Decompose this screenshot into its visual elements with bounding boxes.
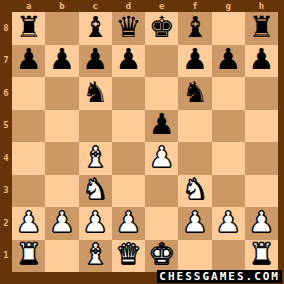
square-g4[interactable] xyxy=(212,142,245,175)
piece-black-pawn: ♟ xyxy=(16,45,42,74)
square-f4[interactable] xyxy=(178,142,211,175)
square-b5[interactable] xyxy=(45,110,78,143)
square-a5[interactable] xyxy=(12,110,45,143)
square-e5[interactable]: ♟ xyxy=(145,110,178,143)
piece-black-bishop: ♝ xyxy=(82,13,108,42)
file-label-b: b xyxy=(45,0,78,12)
square-g2[interactable]: ♟ xyxy=(212,207,245,240)
square-g3[interactable] xyxy=(212,175,245,208)
square-c3[interactable]: ♞ xyxy=(79,175,112,208)
square-c2[interactable]: ♟ xyxy=(79,207,112,240)
square-d5[interactable] xyxy=(112,110,145,143)
piece-white-queen: ♛ xyxy=(115,240,141,269)
square-d3[interactable] xyxy=(112,175,145,208)
square-g1[interactable] xyxy=(212,240,245,273)
square-b8[interactable] xyxy=(45,12,78,45)
square-c7[interactable]: ♟ xyxy=(79,45,112,78)
square-h7[interactable]: ♟ xyxy=(245,45,278,78)
rank-label-7: 7 xyxy=(0,45,12,78)
rank-label-5: 5 xyxy=(0,110,12,143)
square-b1[interactable] xyxy=(45,240,78,273)
piece-black-pawn: ♟ xyxy=(82,45,108,74)
piece-black-bishop: ♝ xyxy=(182,13,208,42)
rank-label-2: 2 xyxy=(0,207,12,240)
square-a4[interactable] xyxy=(12,142,45,175)
file-label-d: d xyxy=(112,0,145,12)
piece-black-pawn: ♟ xyxy=(248,45,274,74)
file-labels: abcdefgh xyxy=(12,0,278,12)
square-g8[interactable] xyxy=(212,12,245,45)
file-label-c: c xyxy=(79,0,112,12)
piece-black-rook: ♜ xyxy=(248,13,274,42)
piece-white-rook: ♜ xyxy=(16,240,42,269)
piece-white-pawn: ♟ xyxy=(16,208,42,237)
piece-black-rook: ♜ xyxy=(16,13,42,42)
piece-white-pawn: ♟ xyxy=(248,208,274,237)
square-d2[interactable]: ♟ xyxy=(112,207,145,240)
chess-board: ♜♝♛♚♝♜♟♟♟♟♟♟♟♞♞♟♝♟♞♞♟♟♟♟♟♟♟♜♝♛♚♜ xyxy=(12,12,278,272)
square-f7[interactable]: ♟ xyxy=(178,45,211,78)
square-h4[interactable] xyxy=(245,142,278,175)
square-c4[interactable]: ♝ xyxy=(79,142,112,175)
rank-label-3: 3 xyxy=(0,175,12,208)
square-d4[interactable] xyxy=(112,142,145,175)
square-c1[interactable]: ♝ xyxy=(79,240,112,273)
square-e2[interactable] xyxy=(145,207,178,240)
piece-white-pawn: ♟ xyxy=(115,208,141,237)
square-f1[interactable] xyxy=(178,240,211,273)
square-b6[interactable] xyxy=(45,77,78,110)
square-b7[interactable]: ♟ xyxy=(45,45,78,78)
piece-black-pawn: ♟ xyxy=(182,45,208,74)
piece-white-knight: ♞ xyxy=(182,175,208,204)
square-g6[interactable] xyxy=(212,77,245,110)
piece-black-pawn: ♟ xyxy=(115,45,141,74)
rank-label-6: 6 xyxy=(0,77,12,110)
rank-label-8: 8 xyxy=(0,12,12,45)
file-label-g: g xyxy=(212,0,245,12)
square-d1[interactable]: ♛ xyxy=(112,240,145,273)
rank-label-4: 4 xyxy=(0,142,12,175)
square-e4[interactable]: ♟ xyxy=(145,142,178,175)
piece-white-pawn: ♟ xyxy=(82,208,108,237)
square-a2[interactable]: ♟ xyxy=(12,207,45,240)
square-e6[interactable] xyxy=(145,77,178,110)
square-e7[interactable] xyxy=(145,45,178,78)
piece-white-rook: ♜ xyxy=(248,240,274,269)
square-h6[interactable] xyxy=(245,77,278,110)
square-b3[interactable] xyxy=(45,175,78,208)
square-h8[interactable]: ♜ xyxy=(245,12,278,45)
file-label-a: a xyxy=(12,0,45,12)
piece-white-bishop: ♝ xyxy=(82,240,108,269)
file-label-h: h xyxy=(245,0,278,12)
piece-black-king: ♚ xyxy=(149,13,175,42)
piece-black-queen: ♛ xyxy=(115,13,141,42)
square-e1[interactable]: ♚ xyxy=(145,240,178,273)
square-f8[interactable]: ♝ xyxy=(178,12,211,45)
square-a6[interactable] xyxy=(12,77,45,110)
piece-white-bishop: ♝ xyxy=(82,143,108,172)
square-a7[interactable]: ♟ xyxy=(12,45,45,78)
piece-white-pawn: ♟ xyxy=(49,208,75,237)
square-b4[interactable] xyxy=(45,142,78,175)
square-c8[interactable]: ♝ xyxy=(79,12,112,45)
piece-black-pawn: ♟ xyxy=(215,45,241,74)
square-h3[interactable] xyxy=(245,175,278,208)
piece-white-pawn: ♟ xyxy=(215,208,241,237)
file-label-e: e xyxy=(145,0,178,12)
square-a1[interactable]: ♜ xyxy=(12,240,45,273)
rank-labels: 87654321 xyxy=(0,12,12,272)
piece-black-pawn: ♟ xyxy=(49,45,75,74)
square-h2[interactable]: ♟ xyxy=(245,207,278,240)
square-g7[interactable]: ♟ xyxy=(212,45,245,78)
square-e8[interactable]: ♚ xyxy=(145,12,178,45)
square-f3[interactable]: ♞ xyxy=(178,175,211,208)
chess-board-frame: abcdefgh 87654321 ♜♝♛♚♝♜♟♟♟♟♟♟♟♞♞♟♝♟♞♞♟♟… xyxy=(0,0,284,284)
square-b2[interactable]: ♟ xyxy=(45,207,78,240)
rank-label-1: 1 xyxy=(0,240,12,273)
chessgames-credit: CHESSGAMES.COM xyxy=(157,270,282,283)
square-f6[interactable]: ♞ xyxy=(178,77,211,110)
square-e3[interactable] xyxy=(145,175,178,208)
file-label-f: f xyxy=(178,0,211,12)
square-f2[interactable]: ♟ xyxy=(178,207,211,240)
square-h1[interactable]: ♜ xyxy=(245,240,278,273)
piece-white-pawn: ♟ xyxy=(149,143,175,172)
square-c5[interactable] xyxy=(79,110,112,143)
square-g5[interactable] xyxy=(212,110,245,143)
square-a3[interactable] xyxy=(12,175,45,208)
piece-black-knight: ♞ xyxy=(182,78,208,107)
square-h5[interactable] xyxy=(245,110,278,143)
square-d6[interactable] xyxy=(112,77,145,110)
square-a8[interactable]: ♜ xyxy=(12,12,45,45)
piece-white-king: ♚ xyxy=(149,240,175,269)
square-d8[interactable]: ♛ xyxy=(112,12,145,45)
piece-black-knight: ♞ xyxy=(82,78,108,107)
square-f5[interactable] xyxy=(178,110,211,143)
square-c6[interactable]: ♞ xyxy=(79,77,112,110)
piece-white-pawn: ♟ xyxy=(182,208,208,237)
piece-white-knight: ♞ xyxy=(82,175,108,204)
piece-black-pawn: ♟ xyxy=(149,110,175,139)
square-d7[interactable]: ♟ xyxy=(112,45,145,78)
